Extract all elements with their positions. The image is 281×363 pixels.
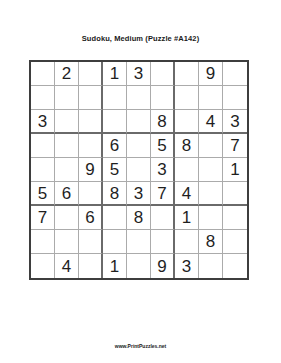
cell-r1c1[interactable] xyxy=(31,62,55,86)
cell-r8c9[interactable] xyxy=(223,230,247,254)
cell-r7c6[interactable] xyxy=(151,206,175,230)
cell-r8c7[interactable] xyxy=(175,230,199,254)
cell-r9c4[interactable]: 1 xyxy=(103,254,127,278)
cell-r6c1[interactable]: 5 xyxy=(31,182,55,206)
cell-r4c9[interactable]: 7 xyxy=(223,134,247,158)
cell-r9c3[interactable] xyxy=(79,254,103,278)
cell-r7c7[interactable]: 1 xyxy=(175,206,199,230)
cell-r2c1[interactable] xyxy=(31,86,55,110)
page-title: Sudoku, Medium (Puzzle #A142) xyxy=(0,34,281,43)
cell-r6c2[interactable]: 6 xyxy=(55,182,79,206)
cell-r1c8[interactable]: 9 xyxy=(199,62,223,86)
cell-r5c1[interactable] xyxy=(31,158,55,182)
cell-r7c4[interactable] xyxy=(103,206,127,230)
footer-site-text: www.PrintPuzzles.net xyxy=(0,343,281,349)
cell-r4c6[interactable]: 5 xyxy=(151,134,175,158)
cell-r4c4[interactable]: 6 xyxy=(103,134,127,158)
cell-r3c3[interactable] xyxy=(79,110,103,134)
cell-r1c4[interactable]: 1 xyxy=(103,62,127,86)
cell-r7c2[interactable] xyxy=(55,206,79,230)
cell-r3c1[interactable]: 3 xyxy=(31,110,55,134)
cell-r3c6[interactable]: 8 xyxy=(151,110,175,134)
cell-r6c3[interactable] xyxy=(79,182,103,206)
cell-r4c2[interactable] xyxy=(55,134,79,158)
cell-r7c1[interactable]: 7 xyxy=(31,206,55,230)
cell-r5c5[interactable] xyxy=(127,158,151,182)
cell-r1c2[interactable]: 2 xyxy=(55,62,79,86)
cell-r7c8[interactable] xyxy=(199,206,223,230)
cell-r9c7[interactable]: 3 xyxy=(175,254,199,278)
cell-r6c8[interactable] xyxy=(199,182,223,206)
cell-r3c2[interactable] xyxy=(55,110,79,134)
cell-r5c7[interactable] xyxy=(175,158,199,182)
cell-r2c7[interactable] xyxy=(175,86,199,110)
cell-r3c5[interactable] xyxy=(127,110,151,134)
cell-r5c4[interactable]: 5 xyxy=(103,158,127,182)
cell-r4c8[interactable] xyxy=(199,134,223,158)
cell-r5c8[interactable] xyxy=(199,158,223,182)
cell-r4c1[interactable] xyxy=(31,134,55,158)
cell-r5c6[interactable]: 3 xyxy=(151,158,175,182)
cell-r6c5[interactable]: 3 xyxy=(127,182,151,206)
cell-r7c9[interactable] xyxy=(223,206,247,230)
cell-r5c9[interactable]: 1 xyxy=(223,158,247,182)
cell-r9c5[interactable] xyxy=(127,254,151,278)
cell-r6c9[interactable] xyxy=(223,182,247,206)
cell-r8c5[interactable] xyxy=(127,230,151,254)
cell-r2c5[interactable] xyxy=(127,86,151,110)
cell-r8c4[interactable] xyxy=(103,230,127,254)
sudoku-board: 2139384365879531568374768184193 xyxy=(29,60,249,280)
cell-r3c8[interactable]: 4 xyxy=(199,110,223,134)
cell-r1c7[interactable] xyxy=(175,62,199,86)
cell-r8c6[interactable] xyxy=(151,230,175,254)
cell-r2c2[interactable] xyxy=(55,86,79,110)
cell-r2c4[interactable] xyxy=(103,86,127,110)
cell-r9c2[interactable]: 4 xyxy=(55,254,79,278)
cell-r2c3[interactable] xyxy=(79,86,103,110)
cell-r1c5[interactable]: 3 xyxy=(127,62,151,86)
cell-r4c7[interactable]: 8 xyxy=(175,134,199,158)
cell-r1c3[interactable] xyxy=(79,62,103,86)
cell-r5c2[interactable] xyxy=(55,158,79,182)
cell-r5c3[interactable]: 9 xyxy=(79,158,103,182)
cell-r3c4[interactable] xyxy=(103,110,127,134)
cell-r9c8[interactable] xyxy=(199,254,223,278)
cell-r8c8[interactable]: 8 xyxy=(199,230,223,254)
cell-r3c9[interactable]: 3 xyxy=(223,110,247,134)
cell-r1c9[interactable] xyxy=(223,62,247,86)
cell-r6c6[interactable]: 7 xyxy=(151,182,175,206)
cell-r3c7[interactable] xyxy=(175,110,199,134)
cell-r7c3[interactable]: 6 xyxy=(79,206,103,230)
cell-r8c3[interactable] xyxy=(79,230,103,254)
cell-r6c4[interactable]: 8 xyxy=(103,182,127,206)
cell-r2c6[interactable] xyxy=(151,86,175,110)
cell-r4c5[interactable] xyxy=(127,134,151,158)
cell-r4c3[interactable] xyxy=(79,134,103,158)
cell-r6c7[interactable]: 4 xyxy=(175,182,199,206)
cell-r8c1[interactable] xyxy=(31,230,55,254)
cell-r7c5[interactable]: 8 xyxy=(127,206,151,230)
cell-r8c2[interactable] xyxy=(55,230,79,254)
cell-r1c6[interactable] xyxy=(151,62,175,86)
cell-r2c9[interactable] xyxy=(223,86,247,110)
cell-r9c1[interactable] xyxy=(31,254,55,278)
cell-r9c6[interactable]: 9 xyxy=(151,254,175,278)
cell-r9c9[interactable] xyxy=(223,254,247,278)
cell-r2c8[interactable] xyxy=(199,86,223,110)
